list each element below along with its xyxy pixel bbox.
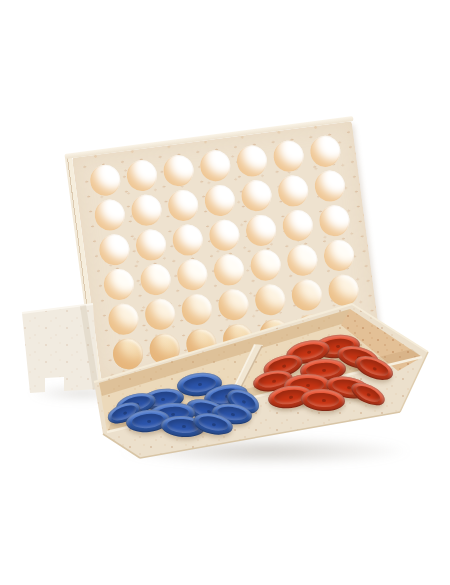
red-disc [348, 378, 388, 410]
connect-four-product-photo [0, 0, 450, 585]
disc-piles [0, 0, 450, 585]
